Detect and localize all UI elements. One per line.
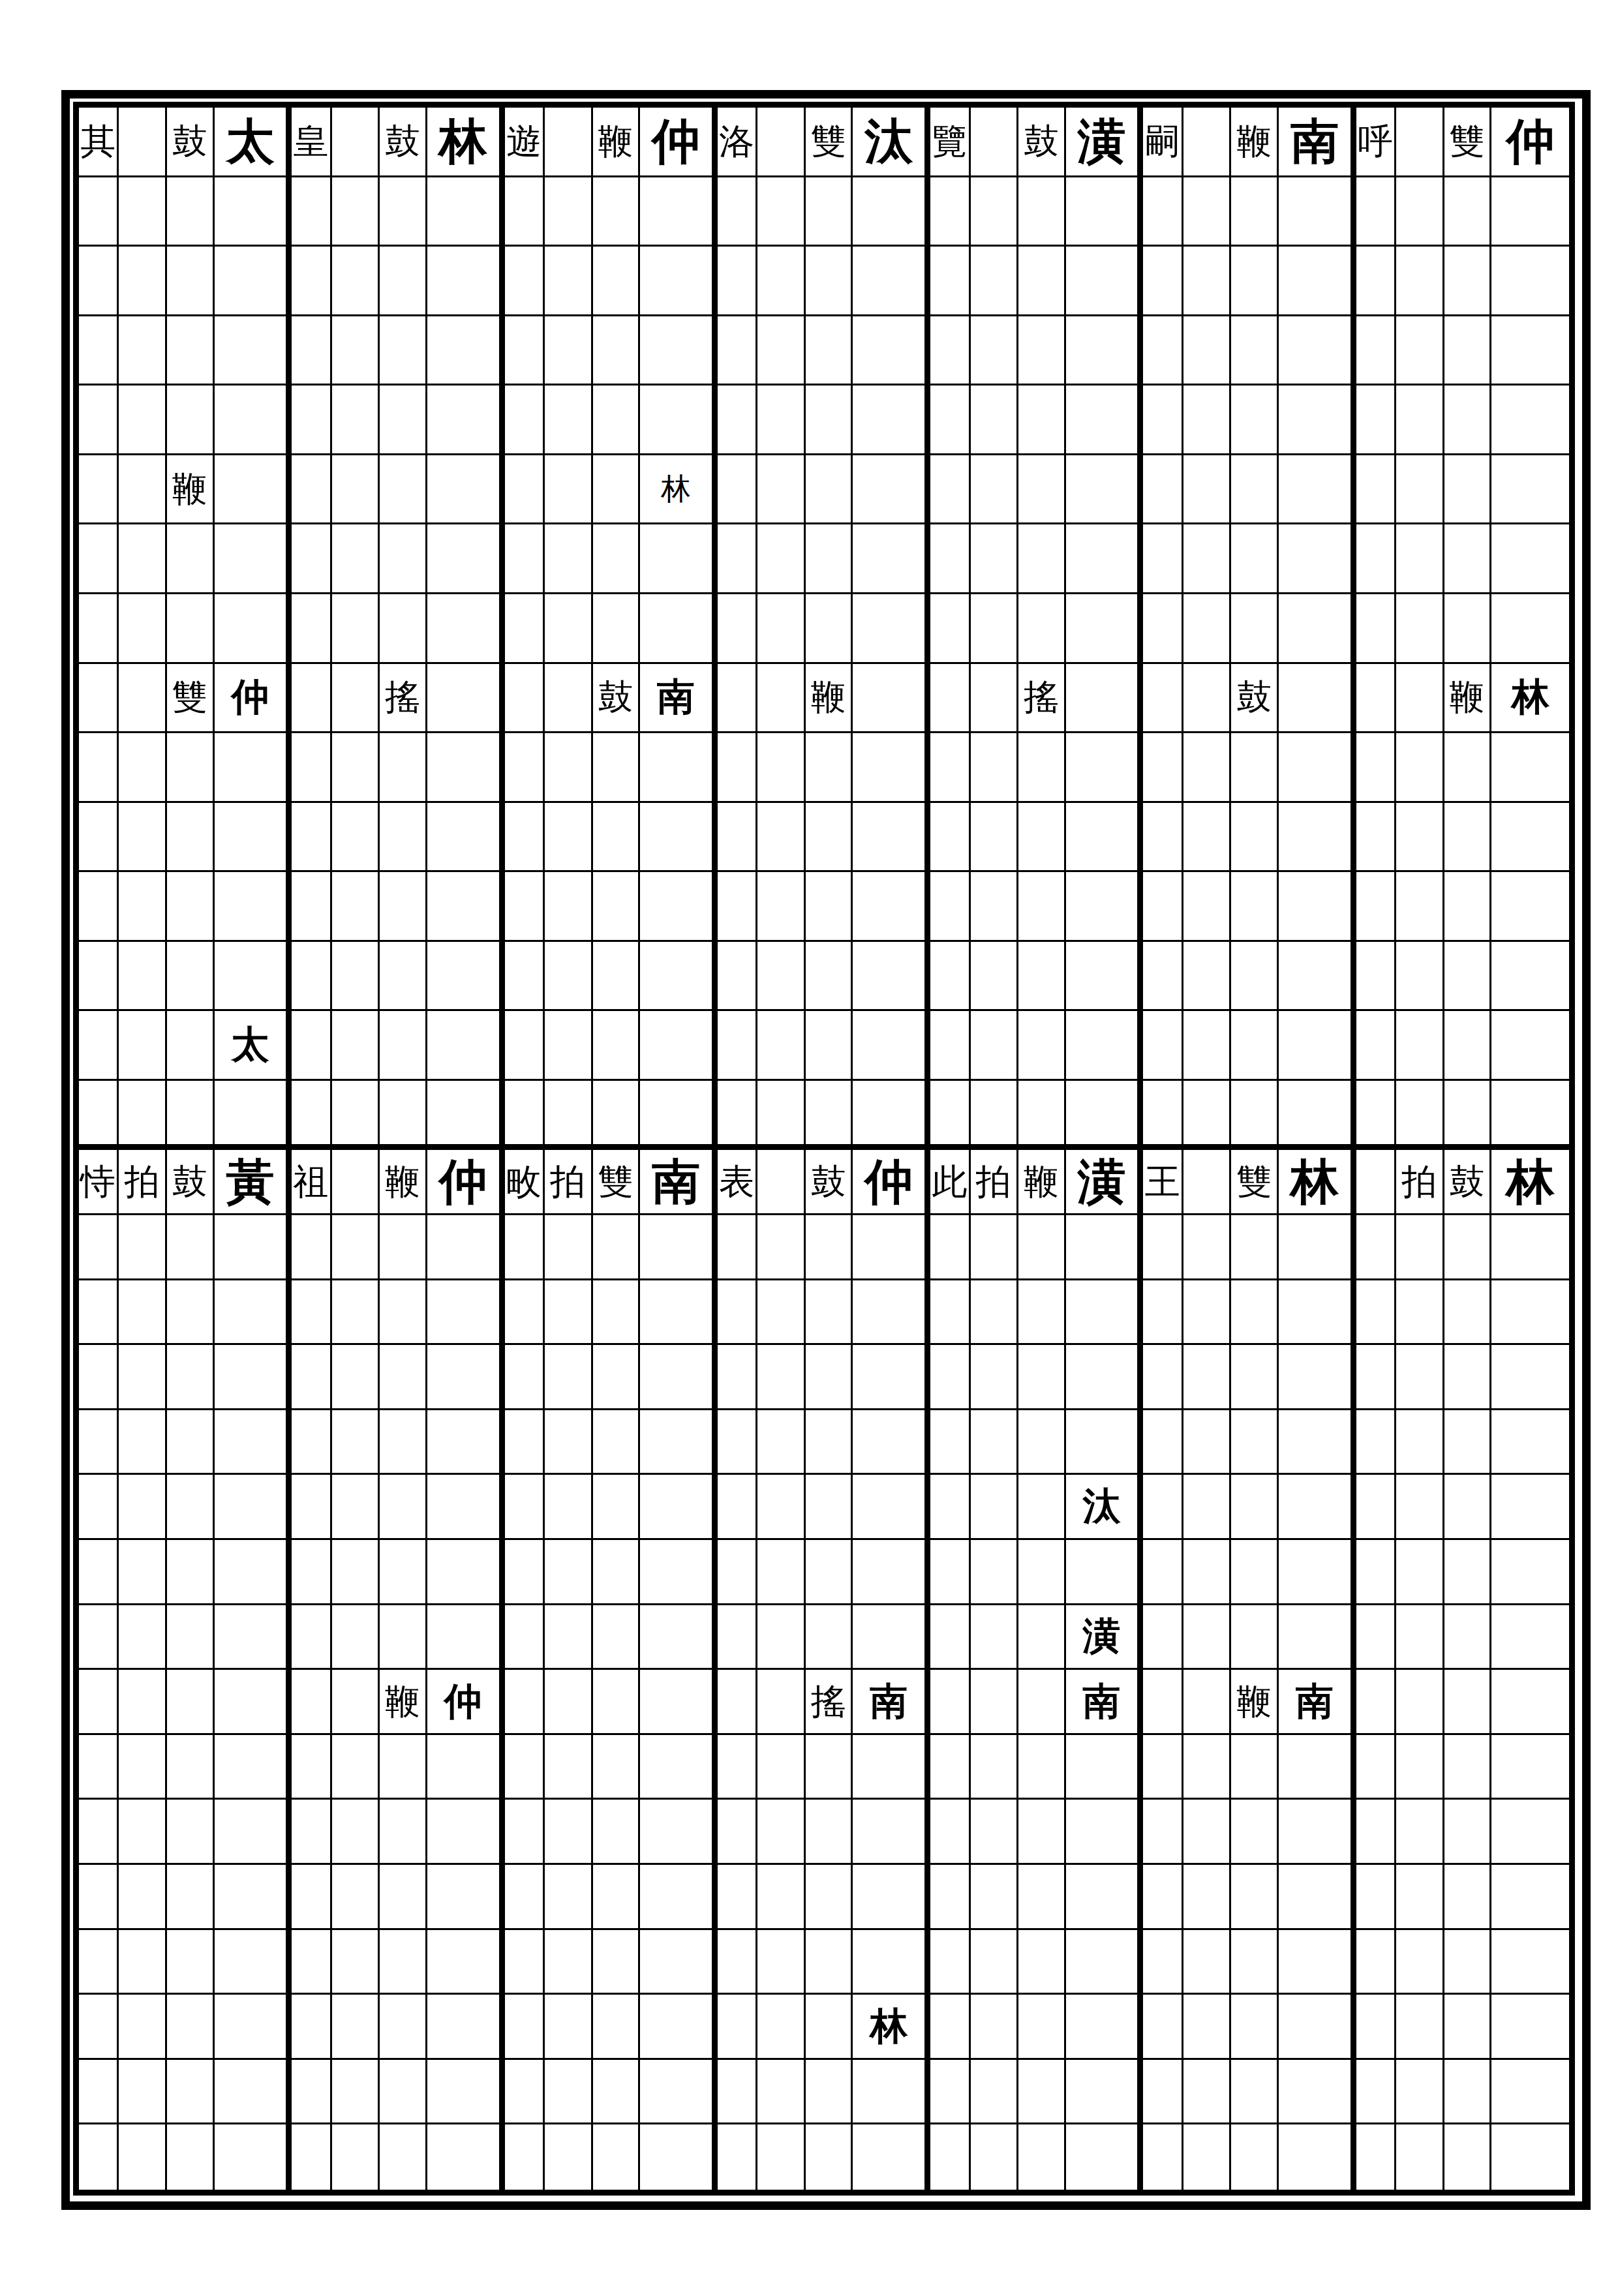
jeonggan-cell-empty (427, 524, 505, 594)
jeonggan-cell-empty (806, 524, 853, 594)
jeonggan-cell-empty (593, 1670, 641, 1735)
jeonggan-cell-empty (167, 1475, 215, 1540)
jeonggan-cell-empty (757, 1800, 806, 1865)
janggu-stroke-char: 鼓 (385, 124, 420, 159)
jeonggan-cell-empty (1066, 594, 1144, 664)
jeonggan-cell-empty (380, 942, 427, 1012)
jeonggan-cell-empty (332, 872, 380, 942)
jeonggan-cell-empty (505, 1280, 545, 1346)
jeonggan-cell-empty (593, 247, 641, 316)
jeonggan-cell-empty (593, 177, 641, 247)
jeonggan-cell: 南 (1066, 1670, 1144, 1735)
jeonggan-cell-empty (119, 385, 167, 455)
jeonggan-cell-empty (806, 942, 853, 1012)
jeonggan-cell-empty (593, 872, 641, 942)
pitch-char: 汰 (1083, 1488, 1121, 1526)
jeonggan-cell-empty (545, 524, 593, 594)
jeonggan-cell-empty (545, 1280, 593, 1346)
janggu-stroke-char: 鼓 (811, 1164, 846, 1200)
jeonggan-cell-empty (718, 1605, 757, 1670)
jeonggan-cell-empty (1356, 1150, 1396, 1215)
jeonggan-cell-empty (79, 594, 119, 664)
jeonggan-cell-empty (215, 1605, 292, 1670)
jeonggan-cell-empty (593, 1410, 641, 1475)
pitch-char: 林 (1512, 678, 1549, 716)
jeonggan-cell-empty (853, 524, 930, 594)
jeonggan-cell-empty (640, 803, 718, 873)
jeonggan-cell-empty (1231, 594, 1279, 664)
jeonggan-cell-empty (380, 524, 427, 594)
jeonggan-cell-empty (718, 1345, 757, 1410)
jeonggan-cell-empty (1444, 1670, 1492, 1735)
jeonggan-cell-empty (1356, 2060, 1396, 2125)
jeonggan-cell-empty (119, 455, 167, 525)
janggu-stroke-char: 鞭 (172, 472, 207, 507)
jeonggan-cell-empty (1356, 1081, 1396, 1151)
jeonggan-cell-empty (427, 1735, 505, 1800)
jeonggan-cell-empty (1356, 455, 1396, 525)
jeonggan-cell-empty (1444, 1605, 1492, 1670)
jeonggan-cell-empty (545, 733, 593, 803)
jeonggan-cell-empty (1183, 1930, 1232, 1995)
jeonggan-cell-empty (1066, 664, 1144, 734)
jeonggan-cell-empty (380, 316, 427, 386)
jeonggan-cell-empty (806, 1011, 853, 1081)
jeonggan-cell-empty (292, 316, 331, 386)
jeonggan-cell-empty (380, 1865, 427, 1930)
jeonggan-cell-empty (757, 1995, 806, 2060)
jeonggan-cell: 南 (640, 1150, 718, 1215)
jeonggan-cell-empty (1356, 524, 1396, 594)
jeonggan-cell-empty (119, 594, 167, 664)
jeonggan-cell: 林 (853, 1995, 930, 2060)
jeonggan-cell-empty (806, 1215, 853, 1280)
jeonggan-cell-empty (427, 1345, 505, 1410)
jeonggan-cell-empty (1018, 1345, 1066, 1410)
jeonggan-cell-empty (1279, 1280, 1356, 1346)
jeonggan-cell-empty (1183, 1670, 1232, 1735)
jeonggan-cell-empty (640, 2060, 718, 2125)
jeonggan-cell-empty (806, 385, 853, 455)
jeonggan-cell-empty (971, 455, 1019, 525)
jeonggan-cell-empty (332, 1865, 380, 1930)
jeonggan-cell-empty (718, 1410, 757, 1475)
jeonggan-cell-empty (1066, 2124, 1144, 2190)
jeonggan-cell-empty (119, 1800, 167, 1865)
jeonggan-cell-empty (292, 1280, 331, 1346)
jeonggan-cell-empty (380, 733, 427, 803)
jeonggan-cell-empty (1444, 1475, 1492, 1540)
jeonggan-cell-empty (119, 1081, 167, 1151)
jeonggan-cell-empty (1066, 2060, 1144, 2125)
jeonggan-cell-empty (119, 1865, 167, 1930)
jeonggan-cell-empty (853, 1605, 930, 1670)
jeonggan-cell-empty (427, 385, 505, 455)
jeonggan-cell-empty (1231, 455, 1279, 525)
jeonggan-cell-empty (1279, 1081, 1356, 1151)
jeonggan-cell-empty (853, 594, 930, 664)
jeonggan-cell-empty (1491, 2124, 1569, 2190)
jeonggan-cell-empty (215, 316, 292, 386)
jeonggan-cell-empty (545, 1345, 593, 1410)
jeonggan-cell-empty (757, 1670, 806, 1735)
jeonggan-cell-empty (1356, 1345, 1396, 1410)
jeonggan-cell-empty (757, 1011, 806, 1081)
jeonggan-cell-empty (1183, 108, 1232, 177)
jeonggan-cell-empty (505, 1081, 545, 1151)
jeonggan-cell-empty (593, 1930, 641, 1995)
jeonggan-cell-empty (1279, 247, 1356, 316)
jeonggan-cell-empty (1183, 1215, 1232, 1280)
pitch-char: 林 (1290, 1158, 1339, 1206)
jeonggan-cell-empty (380, 1011, 427, 1081)
jeonggan-cell-empty (930, 1800, 970, 1865)
jeonggan-cell-empty (332, 1930, 380, 1995)
jeonggan-cell-empty (1444, 1280, 1492, 1346)
jeonggan-cell-empty (1183, 803, 1232, 873)
jeonggan-cell-empty (505, 1605, 545, 1670)
jeonggan-cell-empty (1356, 1215, 1396, 1280)
lyric-char: 祖 (293, 1164, 328, 1200)
pitch-char: 仲 (864, 1158, 913, 1206)
jeonggan-cell-empty (1143, 247, 1183, 316)
jeonggan-cell-empty (757, 455, 806, 525)
lyric-char: 恃 (80, 1164, 115, 1200)
jeonggan-cell-empty (332, 1011, 380, 1081)
jeonggan-cell-empty (292, 1475, 331, 1540)
jeonggan-cell-empty (1231, 1995, 1279, 2060)
jeonggan-cell-empty (1143, 1280, 1183, 1346)
jeonggan-cell-empty (718, 942, 757, 1012)
jeonggan-cell-empty (167, 1930, 215, 1995)
jeonggan-cell-empty (1444, 455, 1492, 525)
jeonggan-cell-empty (1491, 1995, 1569, 2060)
jeonggan-cell-empty (971, 1800, 1019, 1865)
jeonggan-cell-empty (380, 2060, 427, 2125)
jeonggan-cell-empty (971, 1735, 1019, 1800)
jeonggan-cell-empty (1066, 177, 1144, 247)
jeonggan-cell-empty (1066, 733, 1144, 803)
jeonggan-cell-empty (1018, 455, 1066, 525)
jeonggan-cell-empty (593, 803, 641, 873)
jeonggan-cell-empty (167, 733, 215, 803)
jeonggan-cell-empty (1066, 1995, 1144, 2060)
jeonggan-cell-empty (1356, 316, 1396, 386)
jeonggan-cell-empty (292, 247, 331, 316)
jeonggan-cell-empty (292, 1670, 331, 1735)
jeonggan-cell-empty (1279, 803, 1356, 873)
jeonggan-cell-empty (119, 942, 167, 1012)
jeonggan-cell-empty (1066, 1735, 1144, 1800)
jeonggan-cell-empty (640, 177, 718, 247)
jeonggan-cell-empty (593, 524, 641, 594)
jeonggan-cell-empty (757, 2124, 806, 2190)
jeonggan-cell-empty (971, 1930, 1019, 1995)
jeonggan-cell-empty (380, 1475, 427, 1540)
jeonggan-cell-empty (215, 1410, 292, 1475)
jeonggan-cell-empty (1279, 1605, 1356, 1670)
jeonggan-cell-empty (332, 803, 380, 873)
jeonggan-cell-empty (1396, 1865, 1444, 1930)
jeonggan-cell-empty (1279, 1011, 1356, 1081)
jeonggan-cell-empty (1491, 177, 1569, 247)
jeonggan-cell-empty (505, 316, 545, 386)
jeonggan-cell-empty (292, 385, 331, 455)
jeonggan-cell-empty (1356, 1670, 1396, 1735)
jeonggan-cell-empty (332, 2124, 380, 2190)
jeonggan-cell-empty (1356, 1605, 1396, 1670)
jeonggan-cell-empty (427, 1800, 505, 1865)
jeonggan-cell-empty (427, 942, 505, 1012)
jeonggan-cell-empty (640, 2124, 718, 2190)
jeonggan-cell-empty (1356, 803, 1396, 873)
jeonggan-cell-empty (1018, 1475, 1066, 1540)
jeonggan-cell-empty (1018, 1540, 1066, 1605)
pitch-char: 林 (439, 117, 487, 166)
jeonggan-cell-empty (332, 1150, 380, 1215)
jeonggan-cell-empty (380, 177, 427, 247)
jeonggan-cell-empty (380, 1995, 427, 2060)
janggu-stroke-char: 鼓 (1024, 124, 1059, 159)
jeonggan-cell-empty (1183, 1345, 1232, 1410)
jeonggan-cell-empty (119, 872, 167, 942)
jeonggan-cell-empty (1396, 316, 1444, 386)
jeonggan-cell-empty (1396, 1670, 1444, 1735)
jeonggan-cell: 王 (1143, 1150, 1183, 1215)
jeonggan-cell-empty (332, 942, 380, 1012)
jeonggan-cell-empty (640, 1280, 718, 1346)
jeonggan-cell-empty (757, 1215, 806, 1280)
jeonggan-cell-empty (1356, 1475, 1396, 1540)
jeonggan-cell-empty (593, 1345, 641, 1410)
jeonggan-cell-empty (332, 385, 380, 455)
jeonggan-cell: 林 (427, 108, 505, 177)
jeonggan-cell-empty (971, 942, 1019, 1012)
jeonggan-cell-empty (593, 1605, 641, 1670)
jeonggan-cell-empty (1396, 733, 1444, 803)
jeonggan-cell-empty (380, 385, 427, 455)
jeonggan-cell-empty (1444, 2124, 1492, 2190)
jeonggan-cell-empty (119, 1605, 167, 1670)
janggu-stroke-char: 雙 (172, 680, 207, 715)
jeonggan-cell-empty (1396, 247, 1444, 316)
jeonggan-cell-empty (545, 872, 593, 942)
jeonggan-cell-empty (215, 1735, 292, 1800)
jeonggan-cell-empty (332, 177, 380, 247)
jeonggan-cell-empty (1444, 1345, 1492, 1410)
pitch-char: 黃 (226, 1158, 274, 1206)
jeonggan-cell-empty (332, 1345, 380, 1410)
jeonggan-cell-empty (1356, 1865, 1396, 1930)
janggu-stroke-char: 雙 (811, 124, 846, 159)
jeonggan-cell-empty (427, 733, 505, 803)
jeonggan-cell-empty (757, 1605, 806, 1670)
jeonggan-cell-empty (119, 524, 167, 594)
jeonggan-cell-empty (640, 942, 718, 1012)
jeonggan-cell: 南 (853, 1670, 930, 1735)
jeonggan-cell-empty (1491, 247, 1569, 316)
jeonggan-cell-empty (1356, 385, 1396, 455)
jeonggan-cell-empty (167, 1865, 215, 1930)
jeonggan-cell-empty (806, 1410, 853, 1475)
jeonggan-cell-empty (640, 1410, 718, 1475)
jeonggan-cell-empty (215, 1540, 292, 1605)
jeonggan-cell-empty (1018, 1605, 1066, 1670)
jeonggan-cell-empty (1279, 2124, 1356, 2190)
jeonggan-cell-empty (292, 177, 331, 247)
jeonggan-cell-empty (1143, 1475, 1183, 1540)
jeonggan-cell-empty (1143, 942, 1183, 1012)
jeonggan-cell-empty (292, 872, 331, 942)
jeonggan-cell-empty (1183, 1475, 1232, 1540)
jeonggan-cell-empty (1444, 385, 1492, 455)
jeonggan-cell-empty (1356, 1280, 1396, 1346)
jeonggan-cell-empty (1018, 1930, 1066, 1995)
jeonggan-cell-empty (853, 1800, 930, 1865)
jeonggan-cell-empty (545, 1475, 593, 1540)
jeonggan-cell-empty (640, 1800, 718, 1865)
jeonggan-cell-empty (1491, 803, 1569, 873)
jeonggan-cell-empty (930, 2060, 970, 2125)
jeonggan-cell-empty (167, 385, 215, 455)
jeonggan-cell-empty (640, 1215, 718, 1280)
jeonggan-cell: 潢 (1066, 1150, 1144, 1215)
jeonggan-cell-empty (215, 1345, 292, 1410)
jeonggan-cell-empty (332, 1995, 380, 2060)
jeonggan-cell-empty (215, 455, 292, 525)
jeonggan-cell-empty (292, 1995, 331, 2060)
jeonggan-cell-empty (1143, 316, 1183, 386)
jeonggan-cell-empty (292, 1011, 331, 1081)
jeonggan-cell-empty (1231, 803, 1279, 873)
jeonggan-cell-empty (1066, 385, 1144, 455)
jeonggan-cell-empty (167, 524, 215, 594)
jeonggan-cell-empty (332, 316, 380, 386)
jeonggan-cell: 仲 (853, 1150, 930, 1215)
jeonggan-cell-empty (545, 1735, 593, 1800)
jeonggan-cell-empty (1279, 316, 1356, 386)
jeonggan-cell-empty (757, 1410, 806, 1475)
pitch-char: 仲 (652, 117, 700, 166)
jeonggan-cell: 搖 (806, 1670, 853, 1735)
jeonggan-cell: 拍 (1396, 1150, 1444, 1215)
jeonggan-cell-empty (971, 108, 1019, 177)
jeonggan-cell-empty (292, 2060, 331, 2125)
jeonggan-cell-empty (1491, 1735, 1569, 1800)
jeonggan-cell-empty (640, 733, 718, 803)
jeonggan-cell-empty (806, 455, 853, 525)
jeonggan-cell-empty (853, 2060, 930, 2125)
jeonggan-cell-empty (757, 872, 806, 942)
jeonggan-cell-empty (1356, 247, 1396, 316)
janggu-stroke-char: 鞭 (1024, 1164, 1059, 1200)
pitch-char: 林 (1506, 1158, 1555, 1206)
jeonggan-cell: 鞭 (1018, 1150, 1066, 1215)
jeonggan-cell-empty (1018, 316, 1066, 386)
jeonggan-cell-empty (1143, 385, 1183, 455)
jeonggan-cell-empty (292, 664, 331, 734)
jeonggan-cell-empty (545, 1011, 593, 1081)
jeonggan-cell-empty (1018, 2060, 1066, 2125)
jeonggan-cell-empty (215, 942, 292, 1012)
jeonggan-cell-empty (292, 2124, 331, 2190)
jeonggan-cell-empty (119, 1735, 167, 1800)
jeonggan-cell-empty (380, 872, 427, 942)
jeonggan-cell-empty (332, 108, 380, 177)
jeonggan-cell-empty (1066, 247, 1144, 316)
jeonggan-cell-empty (1356, 872, 1396, 942)
jeonggan-cell-empty (79, 1280, 119, 1346)
jeonggan-cell-empty (1183, 872, 1232, 942)
jeonggan-cell-empty (505, 524, 545, 594)
jeonggan-cell: 太 (215, 108, 292, 177)
jeonggan-cell: 皇 (292, 108, 331, 177)
jeonggan-cell-empty (971, 385, 1019, 455)
jeonggan-cell-empty (505, 385, 545, 455)
jeonggan-cell-empty (1183, 1011, 1232, 1081)
jeonggan-cell-empty (167, 942, 215, 1012)
jeonggan-cell: 南 (1279, 108, 1356, 177)
lyric-char: 覽 (932, 124, 967, 159)
jeonggan-cell-empty (640, 594, 718, 664)
jeonggan-cell: 鼓 (593, 664, 641, 734)
jeonggan-cell-empty (1143, 872, 1183, 942)
jeonggan-cell-empty (806, 733, 853, 803)
jeonggan-cell-empty (640, 1995, 718, 2060)
jeonggan-cell-empty (545, 1410, 593, 1475)
jeonggan-cell-empty (1018, 524, 1066, 594)
jeonggan-cell-empty (757, 177, 806, 247)
jeonggan-cell-empty (1231, 1215, 1279, 1280)
jeonggan-cell-empty (1231, 177, 1279, 247)
jeonggan-cell-empty (1231, 733, 1279, 803)
jeonggan-cell-empty (427, 1865, 505, 1930)
jeonggan-cell-empty (1491, 1605, 1569, 1670)
jeonggan-cell-empty (1279, 664, 1356, 734)
jeonggan-cell-empty (930, 316, 970, 386)
pitch-char: 太 (231, 1026, 269, 1064)
lyric-char: 表 (719, 1164, 754, 1200)
jeonggan-cell-empty (1279, 524, 1356, 594)
jeonggan-cell-empty (79, 664, 119, 734)
jeonggan-cell-empty (505, 872, 545, 942)
jeonggan-cell: 搖 (380, 664, 427, 734)
jeonggan-cell-empty (505, 594, 545, 664)
jeonggan-cell-empty (215, 1865, 292, 1930)
jeonggan-cell-empty (292, 942, 331, 1012)
jeonggan-cell-empty (1444, 177, 1492, 247)
jeonggan-cell: 南 (640, 664, 718, 734)
jeonggan-cell-empty (853, 664, 930, 734)
jeonggan-cell-empty (505, 664, 545, 734)
jeonggan-cell-empty (1018, 1215, 1066, 1280)
jeonggan-cell-empty (1279, 1410, 1356, 1475)
jeonggan-cell-empty (380, 1215, 427, 1280)
jeonggan-cell: 南 (1279, 1670, 1356, 1735)
jeonggan-cell-empty (1396, 1345, 1444, 1410)
jeonggan-cell-empty (718, 2124, 757, 2190)
jeonggan-cell-empty (1491, 385, 1569, 455)
jeonggan-cell-empty (380, 1800, 427, 1865)
jeonggan-cell: 表 (718, 1150, 757, 1215)
jeonggan-cell-empty (1279, 455, 1356, 525)
jeonggan-cell-empty (718, 1670, 757, 1735)
jeonggan-cell-empty (1231, 1410, 1279, 1475)
jeonggan-cell-empty (79, 733, 119, 803)
jeonggan-cell-empty (806, 247, 853, 316)
jeonggan-cell-empty (545, 1081, 593, 1151)
jeonggan-cell-empty (853, 872, 930, 942)
